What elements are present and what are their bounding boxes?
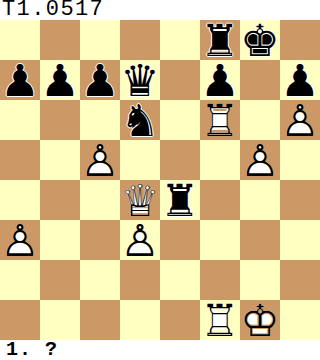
piece-glyph-outline: ♕ xyxy=(120,180,160,220)
piece-glyph-outline: ♔ xyxy=(240,300,280,340)
square-h5[interactable] xyxy=(280,140,320,180)
square-d7[interactable]: ♛ xyxy=(120,60,160,100)
square-b4[interactable] xyxy=(40,180,80,220)
black-pawn[interactable]: ♟ xyxy=(40,60,80,100)
square-h7[interactable]: ♟ xyxy=(280,60,320,100)
piece-glyph-outline: ♙ xyxy=(120,220,160,260)
black-pawn[interactable]: ♟ xyxy=(200,60,240,100)
square-e3[interactable] xyxy=(160,220,200,260)
square-d6[interactable]: ♞ xyxy=(120,100,160,140)
piece-glyph: ♛ xyxy=(120,60,160,100)
piece-glyph: ♜ xyxy=(200,20,240,60)
square-g5[interactable]: ♟♙ xyxy=(240,140,280,180)
white-pawn[interactable]: ♟♙ xyxy=(280,100,320,140)
square-h2[interactable] xyxy=(280,260,320,300)
square-e6[interactable] xyxy=(160,100,200,140)
square-g1[interactable]: ♚♔ xyxy=(240,300,280,340)
square-f5[interactable] xyxy=(200,140,240,180)
square-e8[interactable] xyxy=(160,20,200,60)
square-f3[interactable] xyxy=(200,220,240,260)
black-knight[interactable]: ♞ xyxy=(120,100,160,140)
square-h8[interactable] xyxy=(280,20,320,60)
square-h1[interactable] xyxy=(280,300,320,340)
square-f7[interactable]: ♟ xyxy=(200,60,240,100)
white-pawn[interactable]: ♟♙ xyxy=(120,220,160,260)
square-a6[interactable] xyxy=(0,100,40,140)
square-g2[interactable] xyxy=(240,260,280,300)
piece-glyph: ♟ xyxy=(80,60,120,100)
square-a1[interactable] xyxy=(0,300,40,340)
square-g3[interactable] xyxy=(240,220,280,260)
black-pawn[interactable]: ♟ xyxy=(0,60,40,100)
piece-glyph-outline: ♙ xyxy=(0,220,40,260)
white-rook[interactable]: ♜♖ xyxy=(200,100,240,140)
piece-glyph: ♞ xyxy=(120,100,160,140)
piece-glyph-outline: ♙ xyxy=(80,140,120,180)
square-h6[interactable]: ♟♙ xyxy=(280,100,320,140)
square-d2[interactable] xyxy=(120,260,160,300)
square-b8[interactable] xyxy=(40,20,80,60)
square-g8[interactable]: ♚ xyxy=(240,20,280,60)
square-h3[interactable] xyxy=(280,220,320,260)
piece-glyph-outline: ♖ xyxy=(200,300,240,340)
piece-glyph: ♟ xyxy=(40,60,80,100)
black-queen[interactable]: ♛ xyxy=(120,60,160,100)
square-d1[interactable] xyxy=(120,300,160,340)
black-pawn[interactable]: ♟ xyxy=(80,60,120,100)
square-b3[interactable] xyxy=(40,220,80,260)
black-rook[interactable]: ♜ xyxy=(160,180,200,220)
square-c4[interactable] xyxy=(80,180,120,220)
piece-glyph: ♟ xyxy=(200,60,240,100)
piece-glyph: ♚ xyxy=(240,20,280,60)
square-d4[interactable]: ♛♕ xyxy=(120,180,160,220)
square-a5[interactable] xyxy=(0,140,40,180)
square-c7[interactable]: ♟ xyxy=(80,60,120,100)
piece-glyph-outline: ♖ xyxy=(200,100,240,140)
square-c6[interactable] xyxy=(80,100,120,140)
square-g4[interactable] xyxy=(240,180,280,220)
square-c2[interactable] xyxy=(80,260,120,300)
white-pawn[interactable]: ♟♙ xyxy=(240,140,280,180)
black-pawn[interactable]: ♟ xyxy=(280,60,320,100)
square-a4[interactable] xyxy=(0,180,40,220)
square-d5[interactable] xyxy=(120,140,160,180)
square-g7[interactable] xyxy=(240,60,280,100)
square-a2[interactable] xyxy=(0,260,40,300)
square-b1[interactable] xyxy=(40,300,80,340)
square-a7[interactable]: ♟ xyxy=(0,60,40,100)
square-e1[interactable] xyxy=(160,300,200,340)
piece-glyph: ♟ xyxy=(280,60,320,100)
black-rook[interactable]: ♜ xyxy=(200,20,240,60)
white-rook[interactable]: ♜♖ xyxy=(200,300,240,340)
piece-glyph-outline: ♙ xyxy=(240,140,280,180)
square-g6[interactable] xyxy=(240,100,280,140)
square-b7[interactable]: ♟ xyxy=(40,60,80,100)
square-b6[interactable] xyxy=(40,100,80,140)
square-f2[interactable] xyxy=(200,260,240,300)
square-a3[interactable]: ♟♙ xyxy=(0,220,40,260)
square-c3[interactable] xyxy=(80,220,120,260)
square-b5[interactable] xyxy=(40,140,80,180)
black-king[interactable]: ♚ xyxy=(240,20,280,60)
square-c1[interactable] xyxy=(80,300,120,340)
square-d8[interactable] xyxy=(120,20,160,60)
chess-board: ♜♚♟♟♟♛♟♟♞♜♖♟♙♟♙♟♙♛♕♜♟♙♟♙♜♖♚♔ xyxy=(0,20,320,340)
square-f6[interactable]: ♜♖ xyxy=(200,100,240,140)
square-h4[interactable] xyxy=(280,180,320,220)
square-c8[interactable] xyxy=(80,20,120,60)
white-queen[interactable]: ♛♕ xyxy=(120,180,160,220)
white-pawn[interactable]: ♟♙ xyxy=(80,140,120,180)
white-pawn[interactable]: ♟♙ xyxy=(0,220,40,260)
square-e5[interactable] xyxy=(160,140,200,180)
square-c5[interactable]: ♟♙ xyxy=(80,140,120,180)
square-f4[interactable] xyxy=(200,180,240,220)
white-king[interactable]: ♚♔ xyxy=(240,300,280,340)
square-b2[interactable] xyxy=(40,260,80,300)
square-e7[interactable] xyxy=(160,60,200,100)
square-e4[interactable]: ♜ xyxy=(160,180,200,220)
square-d3[interactable]: ♟♙ xyxy=(120,220,160,260)
piece-glyph: ♟ xyxy=(0,60,40,100)
square-f1[interactable]: ♜♖ xyxy=(200,300,240,340)
square-e2[interactable] xyxy=(160,260,200,300)
piece-glyph: ♜ xyxy=(160,180,200,220)
square-f8[interactable]: ♜ xyxy=(200,20,240,60)
piece-glyph-outline: ♙ xyxy=(280,100,320,140)
square-a8[interactable] xyxy=(0,20,40,60)
